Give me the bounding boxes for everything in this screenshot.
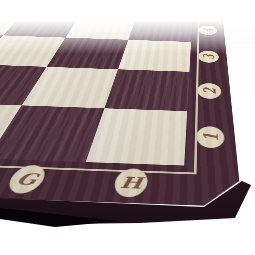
rank-label-3: 3 — [198, 50, 219, 63]
square-h2 — [104, 69, 189, 111]
rank-label-text: 5 — [200, 8, 214, 11]
board-squares — [0, 0, 196, 166]
file-label-h: H — [111, 168, 149, 198]
rank-label-1: 1 — [196, 126, 225, 149]
file-label-g: G — [3, 165, 49, 195]
square-h4 — [128, 17, 192, 42]
square-h1 — [86, 108, 188, 165]
rank-label-4: 4 — [199, 25, 218, 35]
square-h3 — [118, 40, 191, 72]
rank-label-text: 3 — [200, 54, 218, 59]
file-label-text: G — [13, 169, 42, 188]
file-label-text: H — [118, 173, 143, 193]
square-h5 — [136, 0, 193, 19]
rank-label-text: 2 — [199, 87, 219, 94]
rank-label-text: 4 — [200, 28, 216, 32]
chessboard-photo: ABCDEFGH 12345678 — [0, 0, 255, 255]
rank-label-2: 2 — [197, 83, 221, 100]
rank-label-5: 5 — [199, 5, 216, 13]
chess-board: ABCDEFGH 12345678 — [0, 0, 242, 207]
rank-label-text: 1 — [198, 132, 222, 141]
